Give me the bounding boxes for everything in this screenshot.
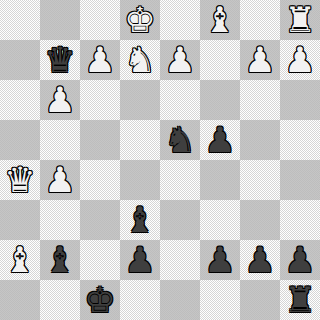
square-g6[interactable] [240,80,280,120]
square-b3[interactable] [40,200,80,240]
piece-black-pawn: ♟ [204,240,235,280]
piece-white-pawn: ♟ [44,160,75,200]
square-f2[interactable]: ♟ [200,240,240,280]
piece-white-queen: ♛ [4,160,35,200]
square-e4[interactable] [160,160,200,200]
square-h6[interactable] [280,80,320,120]
piece-black-pawn: ♟ [244,240,275,280]
square-d3[interactable]: ♝ [120,200,160,240]
piece-black-bishop: ♝ [44,240,75,280]
square-h3[interactable] [280,200,320,240]
square-d5[interactable] [120,120,160,160]
square-b7[interactable]: ♛ [40,40,80,80]
square-c1[interactable]: ♚ [80,280,120,320]
square-d4[interactable] [120,160,160,200]
square-c6[interactable] [80,80,120,120]
square-g4[interactable] [240,160,280,200]
square-g8[interactable] [240,0,280,40]
square-f7[interactable] [200,40,240,80]
square-c7[interactable]: ♟ [80,40,120,80]
piece-black-king: ♚ [84,280,115,320]
square-h4[interactable] [280,160,320,200]
square-c3[interactable] [80,200,120,240]
square-a5[interactable] [0,120,40,160]
square-f5[interactable]: ♟ [200,120,240,160]
piece-black-rook: ♜ [284,280,315,320]
chess-board: ♚♝♜♛♟♞♟♟♟♟♞♟♛♟♝♝♝♟♟♟♟♚♜ [0,0,320,320]
square-a1[interactable] [0,280,40,320]
square-h5[interactable] [280,120,320,160]
square-f8[interactable]: ♝ [200,0,240,40]
piece-white-pawn: ♟ [44,80,75,120]
square-e3[interactable] [160,200,200,240]
square-b1[interactable] [40,280,80,320]
piece-black-bishop: ♝ [124,200,155,240]
square-a3[interactable] [0,200,40,240]
piece-white-king: ♚ [124,0,155,40]
square-c4[interactable] [80,160,120,200]
square-h8[interactable]: ♜ [280,0,320,40]
square-b2[interactable]: ♝ [40,240,80,280]
square-f4[interactable] [200,160,240,200]
square-d7[interactable]: ♞ [120,40,160,80]
square-a7[interactable] [0,40,40,80]
square-e6[interactable] [160,80,200,120]
square-d8[interactable]: ♚ [120,0,160,40]
square-h1[interactable]: ♜ [280,280,320,320]
square-b8[interactable] [40,0,80,40]
piece-black-queen: ♛ [44,40,75,80]
square-c8[interactable] [80,0,120,40]
piece-black-pawn: ♟ [204,120,235,160]
square-f1[interactable] [200,280,240,320]
square-c2[interactable] [80,240,120,280]
piece-white-pawn: ♟ [164,40,195,80]
square-g1[interactable] [240,280,280,320]
piece-black-knight: ♞ [164,120,195,160]
piece-black-pawn: ♟ [124,240,155,280]
piece-white-bishop: ♝ [204,0,235,40]
square-g5[interactable] [240,120,280,160]
piece-white-knight: ♞ [124,40,155,80]
square-e7[interactable]: ♟ [160,40,200,80]
piece-black-pawn: ♟ [284,240,315,280]
square-e2[interactable] [160,240,200,280]
square-e8[interactable] [160,0,200,40]
square-a6[interactable] [0,80,40,120]
piece-white-bishop: ♝ [4,240,35,280]
square-h7[interactable]: ♟ [280,40,320,80]
square-b5[interactable] [40,120,80,160]
piece-white-pawn: ♟ [284,40,315,80]
square-c5[interactable] [80,120,120,160]
square-e5[interactable]: ♞ [160,120,200,160]
square-b4[interactable]: ♟ [40,160,80,200]
square-h2[interactable]: ♟ [280,240,320,280]
square-d2[interactable]: ♟ [120,240,160,280]
piece-white-pawn: ♟ [244,40,275,80]
square-a8[interactable] [0,0,40,40]
square-b6[interactable]: ♟ [40,80,80,120]
piece-white-rook: ♜ [284,0,315,40]
square-f6[interactable] [200,80,240,120]
square-d6[interactable] [120,80,160,120]
square-g3[interactable] [240,200,280,240]
piece-white-pawn: ♟ [84,40,115,80]
square-g7[interactable]: ♟ [240,40,280,80]
square-e1[interactable] [160,280,200,320]
square-g2[interactable]: ♟ [240,240,280,280]
square-a4[interactable]: ♛ [0,160,40,200]
square-d1[interactable] [120,280,160,320]
square-f3[interactable] [200,200,240,240]
square-a2[interactable]: ♝ [0,240,40,280]
